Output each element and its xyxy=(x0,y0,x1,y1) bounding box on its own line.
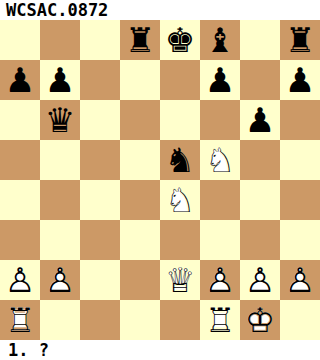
square-b2[interactable]: ♟♙ xyxy=(40,260,80,300)
square-e4[interactable]: ♞♘ xyxy=(160,180,200,220)
square-e8[interactable]: ♚ xyxy=(160,20,200,60)
square-b4[interactable] xyxy=(40,180,80,220)
square-a3[interactable] xyxy=(0,220,40,260)
piece-outline-layer: ♖ xyxy=(200,300,240,340)
piece-black-rook: ♜ xyxy=(120,20,160,60)
square-f3[interactable] xyxy=(200,220,240,260)
piece-black-rook: ♜ xyxy=(280,20,320,60)
square-a5[interactable] xyxy=(0,140,40,180)
square-c8[interactable] xyxy=(80,20,120,60)
chess-board: ♜♚♝♜♟♟♟♟♛♟♞♞♘♞♘♟♙♟♙♛♕♟♙♟♙♟♙♜♖♜♖♚♔ xyxy=(0,20,320,340)
piece-white-pawn: ♟♙ xyxy=(200,260,240,300)
square-b5[interactable] xyxy=(40,140,80,180)
diagram-title: WCSAC.0872 xyxy=(6,0,108,20)
square-a7[interactable]: ♟ xyxy=(0,60,40,100)
square-g7[interactable] xyxy=(240,60,280,100)
piece-black-pawn: ♟ xyxy=(40,60,80,100)
square-g1[interactable]: ♚♔ xyxy=(240,300,280,340)
square-e3[interactable] xyxy=(160,220,200,260)
square-f5[interactable]: ♞♘ xyxy=(200,140,240,180)
square-e7[interactable] xyxy=(160,60,200,100)
piece-white-pawn: ♟♙ xyxy=(240,260,280,300)
square-d7[interactable] xyxy=(120,60,160,100)
square-h2[interactable]: ♟♙ xyxy=(280,260,320,300)
piece-outline-layer: ♙ xyxy=(200,260,240,300)
piece-white-knight: ♞♘ xyxy=(160,180,200,220)
piece-white-rook: ♜♖ xyxy=(0,300,40,340)
square-e5[interactable]: ♞ xyxy=(160,140,200,180)
piece-black-knight: ♞ xyxy=(160,140,200,180)
piece-outline-layer: ♔ xyxy=(240,300,280,340)
piece-black-pawn: ♟ xyxy=(0,60,40,100)
square-c2[interactable] xyxy=(80,260,120,300)
square-h5[interactable] xyxy=(280,140,320,180)
square-e1[interactable] xyxy=(160,300,200,340)
diagram-footer: 1. ? xyxy=(0,340,320,360)
piece-outline-layer: ♙ xyxy=(40,260,80,300)
piece-white-pawn: ♟♙ xyxy=(40,260,80,300)
square-f6[interactable] xyxy=(200,100,240,140)
square-f2[interactable]: ♟♙ xyxy=(200,260,240,300)
piece-black-pawn: ♟ xyxy=(240,100,280,140)
square-d3[interactable] xyxy=(120,220,160,260)
piece-black-queen: ♛ xyxy=(40,100,80,140)
piece-black-pawn: ♟ xyxy=(200,60,240,100)
piece-outline-layer: ♙ xyxy=(240,260,280,300)
square-b8[interactable] xyxy=(40,20,80,60)
square-b6[interactable]: ♛ xyxy=(40,100,80,140)
piece-black-bishop: ♝ xyxy=(200,20,240,60)
square-c3[interactable] xyxy=(80,220,120,260)
square-h4[interactable] xyxy=(280,180,320,220)
piece-outline-layer: ♖ xyxy=(0,300,40,340)
square-c1[interactable] xyxy=(80,300,120,340)
square-h8[interactable]: ♜ xyxy=(280,20,320,60)
piece-white-king: ♚♔ xyxy=(240,300,280,340)
square-a4[interactable] xyxy=(0,180,40,220)
square-c7[interactable] xyxy=(80,60,120,100)
piece-black-pawn: ♟ xyxy=(280,60,320,100)
square-c6[interactable] xyxy=(80,100,120,140)
move-prompt: 1. ? xyxy=(8,340,49,360)
square-c4[interactable] xyxy=(80,180,120,220)
square-g3[interactable] xyxy=(240,220,280,260)
square-d8[interactable]: ♜ xyxy=(120,20,160,60)
square-f8[interactable]: ♝ xyxy=(200,20,240,60)
square-a1[interactable]: ♜♖ xyxy=(0,300,40,340)
piece-white-queen: ♛♕ xyxy=(160,260,200,300)
square-a2[interactable]: ♟♙ xyxy=(0,260,40,300)
square-h6[interactable] xyxy=(280,100,320,140)
square-h1[interactable] xyxy=(280,300,320,340)
square-e6[interactable] xyxy=(160,100,200,140)
square-f7[interactable]: ♟ xyxy=(200,60,240,100)
piece-white-rook: ♜♖ xyxy=(200,300,240,340)
square-d4[interactable] xyxy=(120,180,160,220)
square-d2[interactable] xyxy=(120,260,160,300)
piece-outline-layer: ♘ xyxy=(160,180,200,220)
piece-outline-layer: ♙ xyxy=(0,260,40,300)
piece-white-pawn: ♟♙ xyxy=(280,260,320,300)
square-h7[interactable]: ♟ xyxy=(280,60,320,100)
square-g5[interactable] xyxy=(240,140,280,180)
square-d6[interactable] xyxy=(120,100,160,140)
piece-white-knight: ♞♘ xyxy=(200,140,240,180)
square-d1[interactable] xyxy=(120,300,160,340)
square-g2[interactable]: ♟♙ xyxy=(240,260,280,300)
piece-outline-layer: ♘ xyxy=(200,140,240,180)
square-b1[interactable] xyxy=(40,300,80,340)
chess-diagram-window: WCSAC.0872 ♜♚♝♜♟♟♟♟♛♟♞♞♘♞♘♟♙♟♙♛♕♟♙♟♙♟♙♜♖… xyxy=(0,0,320,360)
square-c5[interactable] xyxy=(80,140,120,180)
square-b3[interactable] xyxy=(40,220,80,260)
square-e2[interactable]: ♛♕ xyxy=(160,260,200,300)
square-g4[interactable] xyxy=(240,180,280,220)
diagram-header: WCSAC.0872 xyxy=(0,0,320,20)
piece-outline-layer: ♕ xyxy=(160,260,200,300)
piece-black-king: ♚ xyxy=(160,20,200,60)
square-a8[interactable] xyxy=(0,20,40,60)
square-d5[interactable] xyxy=(120,140,160,180)
square-f1[interactable]: ♜♖ xyxy=(200,300,240,340)
square-f4[interactable] xyxy=(200,180,240,220)
square-g8[interactable] xyxy=(240,20,280,60)
square-g6[interactable]: ♟ xyxy=(240,100,280,140)
square-a6[interactable] xyxy=(0,100,40,140)
square-h3[interactable] xyxy=(280,220,320,260)
piece-white-pawn: ♟♙ xyxy=(0,260,40,300)
piece-outline-layer: ♙ xyxy=(280,260,320,300)
square-b7[interactable]: ♟ xyxy=(40,60,80,100)
